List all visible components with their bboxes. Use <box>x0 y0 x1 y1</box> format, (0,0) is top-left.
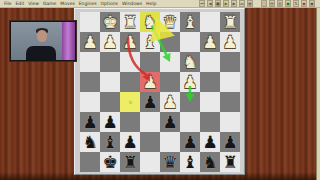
last-move-icon[interactable]: ⏭ <box>239 0 245 7</box>
piece-black-pawn[interactable]: ♟ <box>180 132 200 152</box>
square-b5[interactable] <box>200 92 220 112</box>
square-e8[interactable] <box>140 152 160 172</box>
square-a5[interactable] <box>220 92 240 112</box>
square-b3[interactable] <box>200 52 220 72</box>
first-move-icon[interactable]: ⏮ <box>199 0 205 7</box>
desktop-screen: FileEditViewGameMovesEnginesOptionsWindo… <box>0 0 320 180</box>
piece-black-rook[interactable]: ♜ <box>220 152 240 172</box>
piece-black-king[interactable]: ♚ <box>100 152 120 172</box>
toolbar-playback-group: ⏮◀■▶▶⏭▦ <box>199 0 253 7</box>
next-move-icon[interactable]: ▶ <box>231 0 237 7</box>
save-icon[interactable]: ▥ <box>277 0 283 7</box>
square-b6[interactable] <box>200 112 220 132</box>
square-c5[interactable] <box>180 92 200 112</box>
menu-engines[interactable]: Engines <box>79 0 97 7</box>
square-a3[interactable] <box>220 52 240 72</box>
square-g2[interactable]: ♟ <box>100 32 120 52</box>
webcam-curtain <box>62 22 75 60</box>
menu-help[interactable]: Help <box>146 0 156 7</box>
piece-black-pawn[interactable]: ♟ <box>220 132 240 152</box>
square-a4[interactable] <box>220 72 240 92</box>
piece-white-bishop[interactable]: ♝ <box>140 32 160 52</box>
webcam-person-body <box>26 46 56 61</box>
piece-black-pawn[interactable]: ♟ <box>120 132 140 152</box>
toolbar-groups: ⏮◀■▶▶⏭▦ ▢▤▥●⇅◉▣ <box>199 0 320 7</box>
square-d3[interactable] <box>160 52 180 72</box>
piece-white-pawn[interactable]: ♟ <box>200 32 220 52</box>
stop-icon[interactable]: ■ <box>215 0 221 7</box>
square-d4[interactable] <box>160 72 180 92</box>
square-e1[interactable]: ♞ <box>140 12 160 32</box>
menu-items: FileEditViewGameMovesEnginesOptionsWindo… <box>0 0 156 7</box>
square-b8[interactable]: ♞ <box>200 152 220 172</box>
menu-file[interactable]: File <box>4 0 12 7</box>
square-e7[interactable] <box>140 132 160 152</box>
piece-black-pawn[interactable]: ♟ <box>100 112 120 132</box>
square-d8[interactable]: ♛ <box>160 152 180 172</box>
square-g8[interactable]: ♚ <box>100 152 120 172</box>
square-c4[interactable]: ♟ <box>180 72 200 92</box>
play-icon[interactable]: ▶ <box>223 0 229 7</box>
piece-black-pawn[interactable]: ♟ <box>80 112 100 132</box>
square-h7[interactable]: ♞ <box>80 132 100 152</box>
square-b7[interactable]: ♟ <box>200 132 220 152</box>
square-f8[interactable]: ♜ <box>120 152 140 172</box>
engine-icon[interactable]: ● <box>285 0 291 7</box>
square-f1[interactable]: ♜ <box>120 12 140 32</box>
piece-black-pawn[interactable]: ♟ <box>160 112 180 132</box>
menu-view[interactable]: View <box>28 0 39 7</box>
square-e4[interactable]: ♟ <box>140 72 160 92</box>
square-d2[interactable] <box>160 32 180 52</box>
flip-board-icon[interactable]: ⇅ <box>293 0 299 7</box>
menu-moves[interactable]: Moves <box>60 0 74 7</box>
square-h5[interactable] <box>80 92 100 112</box>
square-f2[interactable]: ♟ <box>120 32 140 52</box>
square-e2[interactable]: ♝ <box>140 32 160 52</box>
menu-windows[interactable]: Windows <box>122 0 142 7</box>
piece-black-pawn[interactable]: ♟ <box>140 92 160 112</box>
square-d5[interactable]: ♟ <box>160 92 180 112</box>
menu-bar: FileEditViewGameMovesEnginesOptionsWindo… <box>0 0 320 8</box>
square-c6[interactable] <box>180 112 200 132</box>
square-c1[interactable]: ♝ <box>180 12 200 32</box>
square-b4[interactable] <box>200 72 220 92</box>
piece-white-pawn[interactable]: ♟ <box>120 32 140 52</box>
square-a8[interactable]: ♜ <box>220 152 240 172</box>
prev-move-icon[interactable]: ◀ <box>207 0 213 7</box>
square-d7[interactable] <box>160 132 180 152</box>
square-b2[interactable]: ♟ <box>200 32 220 52</box>
webcam-overlay <box>10 21 76 61</box>
settings-icon[interactable]: ▣ <box>309 0 315 7</box>
piece-white-rook[interactable]: ♜ <box>120 12 140 32</box>
chess-board: ♚♜♞♛♝♜♟♟♟♝♟♟♞♟♟♟♟♟♟♟♞♝♟♟♟♟♚♜♛♝♞♜ <box>80 12 240 172</box>
square-e5[interactable]: ♟ <box>140 92 160 112</box>
window-edge-strip <box>316 0 320 180</box>
square-h1[interactable] <box>80 12 100 32</box>
square-f4[interactable] <box>120 72 140 92</box>
square-h6[interactable]: ♟ <box>80 112 100 132</box>
square-c8[interactable]: ♝ <box>180 152 200 172</box>
toolbar-tools-group: ▢▤▥●⇅◉▣ <box>261 0 315 7</box>
square-f7[interactable]: ♟ <box>120 132 140 152</box>
square-h4[interactable] <box>80 72 100 92</box>
piece-white-king[interactable]: ♚ <box>100 12 120 32</box>
piece-white-pawn[interactable]: ♟ <box>220 32 240 52</box>
square-b1[interactable] <box>200 12 220 32</box>
piece-black-knight[interactable]: ♞ <box>80 132 100 152</box>
piece-white-queen[interactable]: ♛ <box>160 12 180 32</box>
square-g3[interactable] <box>100 52 120 72</box>
square-f6[interactable] <box>120 112 140 132</box>
piece-white-rook[interactable]: ♜ <box>220 12 240 32</box>
webcam-person-head <box>37 30 47 42</box>
square-f3[interactable] <box>120 52 140 72</box>
square-c2[interactable] <box>180 32 200 52</box>
square-c3[interactable]: ♞ <box>180 52 200 72</box>
piece-black-pawn[interactable]: ♟ <box>200 132 220 152</box>
chess-board-frame: ♚♜♞♛♝♜♟♟♟♝♟♟♞♟♟♟♟♟♟♟♞♝♟♟♟♟♚♜♛♝♞♜ b <box>74 8 245 175</box>
square-a2[interactable]: ♟ <box>220 32 240 52</box>
piece-black-bishop[interactable]: ♝ <box>180 152 200 172</box>
piece-black-bishop[interactable]: ♝ <box>100 132 120 152</box>
analyze-icon[interactable]: ◉ <box>301 0 307 7</box>
square-g6[interactable]: ♟ <box>100 112 120 132</box>
square-a6[interactable] <box>220 112 240 132</box>
piece-white-pawn[interactable]: ♟ <box>140 72 160 92</box>
piece-white-bishop[interactable]: ♝ <box>180 12 200 32</box>
piece-white-knight[interactable]: ♞ <box>140 12 160 32</box>
square-h8[interactable] <box>80 152 100 172</box>
piece-white-pawn[interactable]: ♟ <box>160 92 180 112</box>
square-g5[interactable] <box>100 92 120 112</box>
piece-black-queen[interactable]: ♛ <box>160 152 180 172</box>
menu-edit[interactable]: Edit <box>16 0 25 7</box>
menu-game[interactable]: Game <box>43 0 56 7</box>
square-a1[interactable]: ♜ <box>220 12 240 32</box>
square-a7[interactable]: ♟ <box>220 132 240 152</box>
square-e3[interactable] <box>140 52 160 72</box>
square-g4[interactable] <box>100 72 120 92</box>
piece-black-rook[interactable]: ♜ <box>120 152 140 172</box>
square-h2[interactable]: ♟ <box>80 32 100 52</box>
piece-white-knight[interactable]: ♞ <box>180 52 200 72</box>
square-f5[interactable] <box>120 92 140 112</box>
menu-options[interactable]: Options <box>101 0 118 7</box>
square-d1[interactable]: ♛ <box>160 12 180 32</box>
square-g1[interactable]: ♚ <box>100 12 120 32</box>
square-d6[interactable]: ♟ <box>160 112 180 132</box>
square-c7[interactable]: ♟ <box>180 132 200 152</box>
square-e6[interactable] <box>140 112 160 132</box>
open-icon[interactable]: ▤ <box>269 0 275 7</box>
square-g7[interactable]: ♝ <box>100 132 120 152</box>
piece-black-knight[interactable]: ♞ <box>200 152 220 172</box>
piece-white-pawn[interactable]: ♟ <box>80 32 100 52</box>
square-h3[interactable] <box>80 52 100 72</box>
new-game-icon[interactable]: ▢ <box>261 0 267 7</box>
board-icon[interactable]: ▦ <box>247 0 253 7</box>
piece-white-pawn[interactable]: ♟ <box>180 72 200 92</box>
piece-white-pawn[interactable]: ♟ <box>100 32 120 52</box>
